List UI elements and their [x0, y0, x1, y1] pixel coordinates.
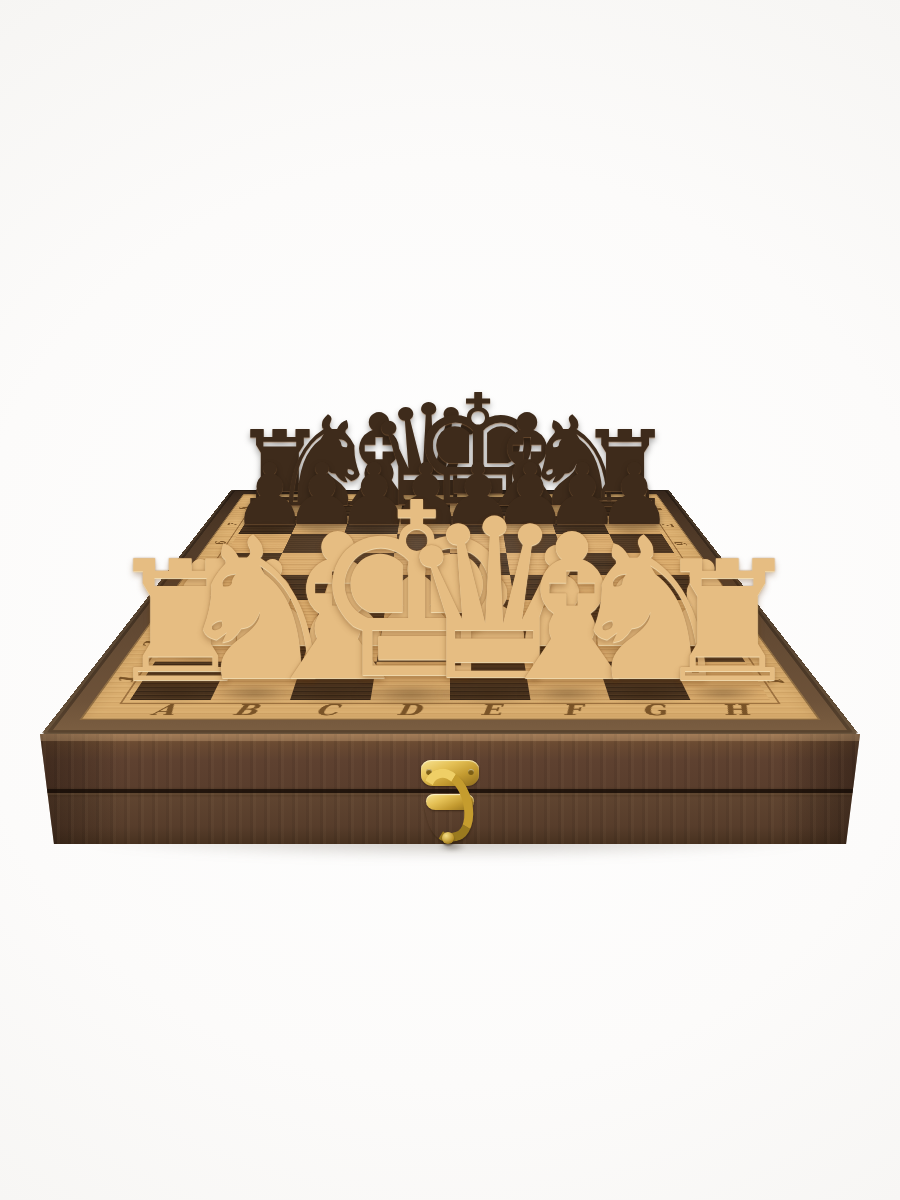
- piece-white-rook-h1[interactable]: ♜: [652, 538, 794, 705]
- pieces-layer: ♜♞♝♛♚♝♞♜♟♟♟♟♟♟♟♟♟♟♟♟♟♟♟♟♜♞♝♚♛♝♞♜: [0, 0, 900, 1200]
- white-rook-glyph: ♜: [652, 538, 794, 705]
- piece-shadow: [682, 685, 764, 700]
- photo-background: ABCDEFGH1122334455667788 ♜♞♝♛♚♝♞♜♟♟♟♟♟♟♟…: [0, 0, 900, 1200]
